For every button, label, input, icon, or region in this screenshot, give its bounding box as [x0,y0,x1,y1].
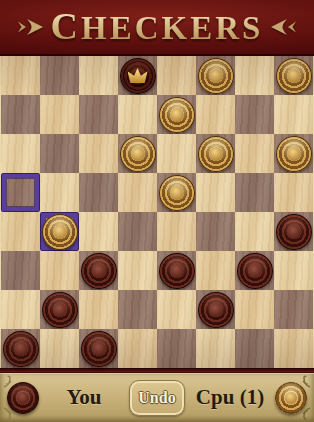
square-r3c7 [274,173,313,212]
square-r3c5 [196,173,235,212]
crown-icon [128,68,148,83]
red-man[interactable] [276,214,312,250]
gold-man[interactable] [159,175,195,211]
square-r3c6[interactable] [235,173,274,212]
checkers-app: CHECKERS You Undo Cpu (1) [0,0,314,422]
square-r4c4 [157,212,196,251]
square-r6c6 [235,290,274,329]
you-piece-icon [7,382,39,414]
you-label: You [39,385,129,410]
square-r0c3[interactable] [118,56,157,95]
gold-man[interactable] [276,136,312,172]
square-r6c4 [157,290,196,329]
square-r7c0[interactable] [1,329,40,368]
gold-man[interactable] [120,136,156,172]
square-r7c4[interactable] [157,329,196,368]
cpu-label: Cpu (1) [185,385,275,410]
square-r4c0 [1,212,40,251]
red-man[interactable] [159,253,195,289]
square-r0c6 [235,56,274,95]
square-r0c0 [1,56,40,95]
square-r0c4 [157,56,196,95]
square-r1c6[interactable] [235,95,274,134]
square-r5c5 [196,251,235,290]
square-r3c1 [40,173,79,212]
square-r1c4[interactable] [157,95,196,134]
square-r1c3 [118,95,157,134]
gold-man[interactable] [198,136,234,172]
square-r7c7 [274,329,313,368]
square-r1c0[interactable] [1,95,40,134]
square-r1c5 [196,95,235,134]
square-r5c3 [118,251,157,290]
red-man[interactable] [198,292,234,328]
cpu-piece-icon [275,382,307,414]
square-r4c5[interactable] [196,212,235,251]
square-r7c1 [40,329,79,368]
square-r2c4 [157,134,196,173]
square-r2c3[interactable] [118,134,157,173]
header: CHECKERS [0,0,314,56]
footer: You Undo Cpu (1) [0,373,314,422]
gold-man[interactable] [42,214,78,250]
square-r7c5 [196,329,235,368]
square-r5c1 [40,251,79,290]
square-r0c5[interactable] [196,56,235,95]
red-man[interactable] [42,292,78,328]
fleur-right-icon [271,17,297,37]
square-r1c2[interactable] [79,95,118,134]
square-r4c1[interactable] [40,212,79,251]
square-r0c7[interactable] [274,56,313,95]
red-king[interactable] [120,58,156,94]
square-r5c7 [274,251,313,290]
square-r1c7 [274,95,313,134]
square-r2c0 [1,134,40,173]
square-r7c2[interactable] [79,329,118,368]
square-r2c7[interactable] [274,134,313,173]
red-man[interactable] [237,253,273,289]
square-r0c1[interactable] [40,56,79,95]
square-r5c4[interactable] [157,251,196,290]
square-r4c7[interactable] [274,212,313,251]
square-r6c1[interactable] [40,290,79,329]
gold-man[interactable] [159,97,195,133]
board-frame [0,56,314,368]
square-r6c0 [1,290,40,329]
square-r5c0[interactable] [1,251,40,290]
square-r3c3 [118,173,157,212]
square-r3c2[interactable] [79,173,118,212]
square-r6c3[interactable] [118,290,157,329]
square-r3c0[interactable] [1,173,40,212]
square-r2c2 [79,134,118,173]
square-r7c3 [118,329,157,368]
square-r2c1[interactable] [40,134,79,173]
square-r6c5[interactable] [196,290,235,329]
gold-man[interactable] [276,58,312,94]
square-r6c2 [79,290,118,329]
square-r2c6 [235,134,274,173]
square-r7c6[interactable] [235,329,274,368]
red-man[interactable] [3,331,39,367]
square-r5c6[interactable] [235,251,274,290]
square-r4c2 [79,212,118,251]
undo-button[interactable]: Undo [129,380,185,416]
gold-man[interactable] [198,58,234,94]
fleur-left-icon [17,17,43,37]
game-title: CHECKERS [51,7,264,48]
square-r6c7[interactable] [274,290,313,329]
square-r4c6 [235,212,274,251]
board [1,56,313,368]
square-r1c1 [40,95,79,134]
square-r3c4[interactable] [157,173,196,212]
square-r2c5[interactable] [196,134,235,173]
square-r4c3[interactable] [118,212,157,251]
square-r5c2[interactable] [79,251,118,290]
red-man[interactable] [81,253,117,289]
square-r0c2 [79,56,118,95]
red-man[interactable] [81,331,117,367]
